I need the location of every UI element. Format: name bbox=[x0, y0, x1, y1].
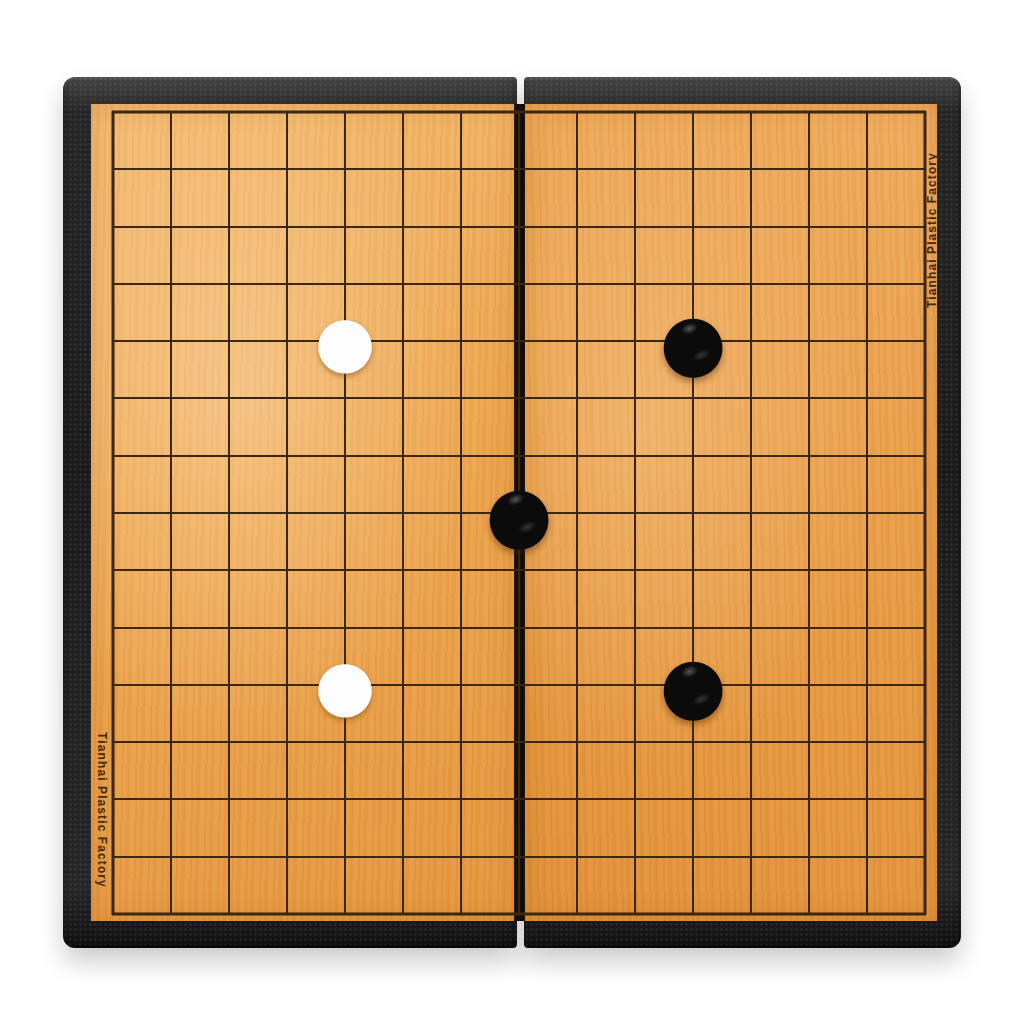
stones-layer: ●●●●● bbox=[113, 112, 925, 914]
brand-label-right: Tianhai Plastic Factory bbox=[925, 152, 939, 308]
stone-white-c5-r11[interactable]: ● bbox=[313, 653, 377, 717]
stone-black-c11-r11[interactable]: ● bbox=[661, 653, 725, 717]
stone-black-c8-r8[interactable]: ● bbox=[487, 481, 551, 545]
stone-black-c11-r5[interactable]: ● bbox=[661, 309, 725, 373]
brand-label-left: Tianhai Plastic Factory bbox=[95, 732, 109, 888]
folding-go-board: ●●●●● Tianhai Plastic Factory Tianhai Pl… bbox=[63, 77, 961, 948]
stone-white-c5-r5[interactable]: ● bbox=[313, 309, 377, 373]
photo-background: ●●●●● Tianhai Plastic Factory Tianhai Pl… bbox=[0, 0, 1024, 1024]
